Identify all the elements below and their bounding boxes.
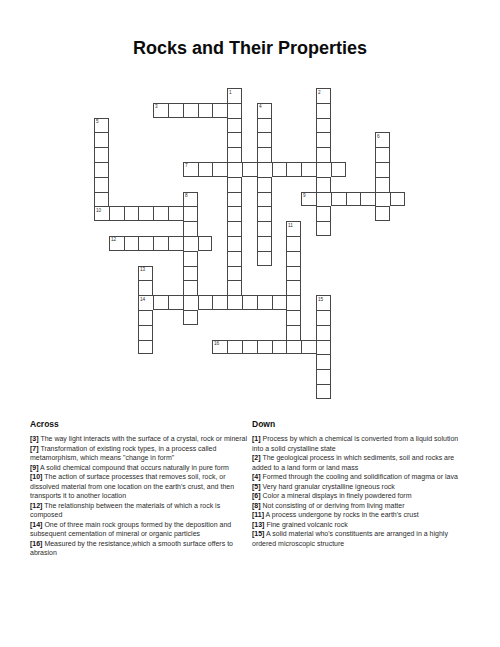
clue-number-label: [12] xyxy=(30,502,42,509)
grid-cell[interactable] xyxy=(227,177,242,192)
clue-number-label: [6] xyxy=(252,492,261,499)
clue-number: 13 xyxy=(140,267,145,272)
clue-number: 11 xyxy=(288,223,293,228)
across-list: [3] The way light interacts with the sur… xyxy=(30,434,249,558)
grid-cell[interactable] xyxy=(286,251,301,266)
grid-cell[interactable]: 6 xyxy=(375,132,390,147)
grid-cell[interactable] xyxy=(331,162,346,177)
grid-cell[interactable] xyxy=(286,295,301,310)
grid-cell[interactable] xyxy=(257,236,272,251)
grid-cell[interactable] xyxy=(183,310,198,325)
clue-item: [4] Formed through the cooling and solid… xyxy=(252,472,471,482)
grid-cell[interactable] xyxy=(316,310,331,325)
clue-number-label: [9] xyxy=(30,464,39,471)
grid-cell[interactable] xyxy=(227,192,242,207)
clue-number: 5 xyxy=(96,119,99,124)
clue-item: [7] Transformation of existing rock type… xyxy=(30,444,249,463)
clue-number: 1 xyxy=(229,90,232,95)
grid-cell[interactable]: 1 xyxy=(227,88,242,103)
clue-number: 6 xyxy=(377,134,380,139)
grid-cell[interactable] xyxy=(242,162,257,177)
grid-cell[interactable] xyxy=(316,325,331,340)
grid-cell[interactable] xyxy=(316,162,331,177)
grid-cell[interactable] xyxy=(212,295,227,310)
clue-number: 4 xyxy=(259,104,262,109)
clue-item: [13] Fine grained volcanic rock xyxy=(252,520,471,530)
grid-cell[interactable] xyxy=(183,103,198,118)
clue-number-label: [3] xyxy=(30,435,39,442)
grid-cell[interactable] xyxy=(183,206,198,221)
grid-cell[interactable] xyxy=(183,221,198,236)
grid-cell[interactable] xyxy=(316,177,331,192)
grid-cell[interactable] xyxy=(168,103,183,118)
grid-cell[interactable]: 10 xyxy=(94,206,109,221)
grid-cell[interactable]: 12 xyxy=(109,236,124,251)
grid-cell[interactable] xyxy=(183,280,198,295)
grid-cell[interactable] xyxy=(390,192,405,207)
clue-item: [8] Not consisting of or deriving from l… xyxy=(252,501,471,511)
grid-cell[interactable] xyxy=(286,280,301,295)
grid-cell[interactable] xyxy=(227,132,242,147)
grid-cell[interactable]: 8 xyxy=(183,192,198,207)
grid-cell[interactable]: 7 xyxy=(183,162,198,177)
down-clues-section: Down [1] Process by which a chemical is … xyxy=(252,419,471,548)
grid-cell[interactable] xyxy=(316,354,331,369)
grid-cell[interactable] xyxy=(301,162,316,177)
grid-cell[interactable] xyxy=(272,162,287,177)
grid-cell[interactable] xyxy=(316,369,331,384)
grid-cell[interactable]: 15 xyxy=(316,295,331,310)
grid-cell[interactable] xyxy=(375,147,390,162)
grid-cell[interactable] xyxy=(138,310,153,325)
grid-cell[interactable] xyxy=(227,221,242,236)
grid-cell[interactable] xyxy=(153,206,168,221)
grid-cell[interactable] xyxy=(227,280,242,295)
grid-cell[interactable] xyxy=(94,177,109,192)
grid-cell[interactable] xyxy=(257,340,272,355)
grid-cell[interactable] xyxy=(227,266,242,281)
grid-cell[interactable] xyxy=(346,192,361,207)
clue-number: 7 xyxy=(185,163,188,168)
across-header: Across xyxy=(30,419,249,429)
grid-cell[interactable] xyxy=(138,280,153,295)
grid-cell[interactable] xyxy=(227,103,242,118)
grid-cell[interactable] xyxy=(183,236,198,251)
clue-number-label: [14] xyxy=(30,521,42,528)
grid-cell[interactable] xyxy=(257,118,272,133)
grid-cell[interactable] xyxy=(242,295,257,310)
grid-cell[interactable] xyxy=(138,206,153,221)
grid-cell[interactable] xyxy=(316,132,331,147)
clue-item: [14] One of three main rock groups forme… xyxy=(30,520,249,539)
grid-cell[interactable] xyxy=(272,340,287,355)
clue-number-label: [5] xyxy=(252,483,261,490)
grid-cell[interactable]: 11 xyxy=(286,221,301,236)
clue-item: [16] Measured by the resistance,which a … xyxy=(30,539,249,558)
grid-cell[interactable] xyxy=(227,147,242,162)
grid-cell[interactable] xyxy=(316,147,331,162)
grid-cell[interactable] xyxy=(124,236,139,251)
clue-item: [2] The geological process in which sedi… xyxy=(252,453,471,472)
grid-cell[interactable] xyxy=(94,132,109,147)
clue-number-label: [16] xyxy=(30,540,42,547)
grid-cell[interactable]: 16 xyxy=(212,340,227,355)
grid-cell[interactable] xyxy=(168,206,183,221)
grid-cell[interactable] xyxy=(375,162,390,177)
grid-cell[interactable] xyxy=(286,236,301,251)
grid-cell[interactable]: 4 xyxy=(257,103,272,118)
grid-cell[interactable] xyxy=(227,162,242,177)
grid-cell[interactable] xyxy=(257,295,272,310)
grid-cell[interactable] xyxy=(301,340,316,355)
clue-number-label: [7] xyxy=(30,445,39,452)
grid-cell[interactable] xyxy=(198,103,213,118)
grid-cell[interactable] xyxy=(124,206,139,221)
grid-cell[interactable] xyxy=(227,206,242,221)
clue-number: 8 xyxy=(185,193,188,198)
clue-number: 3 xyxy=(155,104,158,109)
grid-cell[interactable]: 9 xyxy=(301,192,316,207)
grid-cell[interactable] xyxy=(227,340,242,355)
across-clues-section: Across [3] The way light interacts with … xyxy=(30,419,249,558)
grid-cell[interactable] xyxy=(138,236,153,251)
grid-cell[interactable] xyxy=(286,340,301,355)
grid-cell[interactable] xyxy=(316,118,331,133)
grid-cell[interactable] xyxy=(257,162,272,177)
down-header: Down xyxy=(252,419,471,429)
clue-number-label: [11] xyxy=(252,511,264,518)
clue-number: 9 xyxy=(303,193,306,198)
grid-cell[interactable] xyxy=(375,192,390,207)
grid-cell[interactable] xyxy=(316,340,331,355)
clue-number: 2 xyxy=(318,90,321,95)
clue-number-label: [8] xyxy=(252,502,261,509)
clue-number: 14 xyxy=(140,297,145,302)
grid-cell[interactable]: 3 xyxy=(153,103,168,118)
grid-cell[interactable] xyxy=(138,325,153,340)
crossword-grid: 12345678910111213141516 xyxy=(94,88,405,399)
puzzle-title: Rocks and Their Properties xyxy=(0,38,500,59)
clue-number-label: [15] xyxy=(252,530,264,537)
grid-cell[interactable] xyxy=(375,206,390,221)
clue-item: [11] A process undergone by rocks in the… xyxy=(252,510,471,520)
down-list: [1] Process by which a chemical is conve… xyxy=(252,434,471,548)
clue-number-label: [4] xyxy=(252,473,261,480)
grid-cell[interactable] xyxy=(198,162,213,177)
worksheet-page: Rocks and Their Properties 1234567891011… xyxy=(0,0,500,647)
clue-number-label: [1] xyxy=(252,435,261,442)
clue-number: 10 xyxy=(96,208,101,213)
clue-item: [5] Very hard granular crystalline igneo… xyxy=(252,482,471,492)
grid-cell[interactable] xyxy=(257,206,272,221)
grid-cell[interactable] xyxy=(227,251,242,266)
grid-cell[interactable] xyxy=(360,192,375,207)
clue-number-label: [2] xyxy=(252,454,261,461)
clue-item: [1] Process by which a chemical is conve… xyxy=(252,434,471,453)
grid-cell[interactable] xyxy=(257,177,272,192)
clue-item: [6] Color a mineral displays in finely p… xyxy=(252,491,471,501)
clue-item: [3] The way light interacts with the sur… xyxy=(30,434,249,444)
clue-number: 15 xyxy=(318,297,323,302)
grid-cell[interactable] xyxy=(316,192,331,207)
grid-cell[interactable] xyxy=(257,192,272,207)
grid-cell[interactable] xyxy=(212,103,227,118)
grid-cell[interactable] xyxy=(257,132,272,147)
grid-cell[interactable] xyxy=(109,206,124,221)
grid-cell[interactable] xyxy=(168,295,183,310)
clue-number: 12 xyxy=(111,237,116,242)
grid-cell[interactable] xyxy=(316,103,331,118)
grid-cell[interactable] xyxy=(153,295,168,310)
grid-cell[interactable] xyxy=(138,340,153,355)
grid-cell[interactable] xyxy=(94,162,109,177)
grid-cell[interactable] xyxy=(375,177,390,192)
grid-cell[interactable]: 14 xyxy=(138,295,153,310)
grid-cell[interactable] xyxy=(286,310,301,325)
grid-cell[interactable]: 2 xyxy=(316,88,331,103)
grid-cell[interactable] xyxy=(183,251,198,266)
clue-item: [9] A solid chemical compound that occur… xyxy=(30,463,249,473)
grid-cell[interactable] xyxy=(227,236,242,251)
grid-cell[interactable] xyxy=(257,251,272,266)
clue-number-label: [13] xyxy=(252,521,264,528)
grid-cell[interactable] xyxy=(183,266,198,281)
clue-item: [12] The relationship between the materi… xyxy=(30,501,249,520)
clue-item: [15] A solid material who's constituents… xyxy=(252,529,471,548)
grid-cell[interactable] xyxy=(286,162,301,177)
grid-cell[interactable] xyxy=(257,147,272,162)
grid-cell[interactable] xyxy=(286,266,301,281)
grid-cell[interactable] xyxy=(94,192,109,207)
grid-cell[interactable] xyxy=(227,118,242,133)
grid-cell[interactable] xyxy=(257,221,272,236)
clue-number-label: [10] xyxy=(30,473,42,480)
grid-cell[interactable] xyxy=(316,221,331,236)
grid-cell[interactable]: 5 xyxy=(94,118,109,133)
grid-cell[interactable] xyxy=(227,295,242,310)
grid-cell[interactable] xyxy=(183,295,198,310)
grid-cell[interactable] xyxy=(153,236,168,251)
grid-cell[interactable] xyxy=(168,236,183,251)
grid-cell[interactable] xyxy=(286,325,301,340)
grid-cell[interactable] xyxy=(316,384,331,399)
clue-item: [10] The action of surface processes tha… xyxy=(30,472,249,501)
grid-cell[interactable] xyxy=(272,295,287,310)
grid-cell[interactable] xyxy=(94,147,109,162)
grid-cell[interactable] xyxy=(331,192,346,207)
grid-cell[interactable] xyxy=(212,162,227,177)
grid-cell[interactable] xyxy=(242,340,257,355)
grid-cell[interactable]: 13 xyxy=(138,266,153,281)
grid-cell[interactable] xyxy=(316,206,331,221)
clue-number: 16 xyxy=(214,341,219,346)
grid-cell[interactable] xyxy=(198,295,213,310)
grid-cell[interactable] xyxy=(198,236,213,251)
